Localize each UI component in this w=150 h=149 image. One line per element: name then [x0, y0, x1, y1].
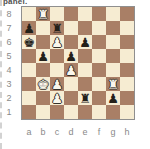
- square-c1[interactable]: [50, 105, 64, 119]
- square-e2[interactable]: ♜: [78, 91, 92, 105]
- square-g6[interactable]: [106, 35, 120, 49]
- file-label-a: a: [22, 127, 36, 137]
- square-g7[interactable]: [106, 21, 120, 35]
- black-pawn-a7: ♟: [23, 22, 35, 35]
- square-e7[interactable]: [78, 21, 92, 35]
- white-pawn-c6: ♟: [51, 36, 63, 49]
- square-h5[interactable]: [120, 49, 134, 63]
- square-f6[interactable]: [92, 35, 106, 49]
- square-a6[interactable]: ♚: [22, 35, 36, 49]
- file-label-f: f: [92, 127, 106, 137]
- square-b2[interactable]: [36, 91, 50, 105]
- square-f1[interactable]: [92, 105, 106, 119]
- square-h3[interactable]: [120, 77, 134, 91]
- file-label-c: c: [50, 127, 64, 137]
- square-d3[interactable]: [64, 77, 78, 91]
- square-d2[interactable]: [64, 91, 78, 105]
- white-rook-g3: ♜: [107, 78, 119, 91]
- square-f7[interactable]: [92, 21, 106, 35]
- square-f2[interactable]: [92, 91, 106, 105]
- square-d4[interactable]: ♟: [64, 63, 78, 77]
- square-h2[interactable]: [120, 91, 134, 105]
- file-label-g: g: [106, 127, 120, 137]
- square-g4[interactable]: [106, 63, 120, 77]
- rank-labels: 87654321: [0, 7, 18, 119]
- square-f5[interactable]: [92, 49, 106, 63]
- file-label-e: e: [78, 127, 92, 137]
- square-a3[interactable]: [22, 77, 36, 91]
- square-a5[interactable]: [22, 49, 36, 63]
- square-c7[interactable]: ♜: [50, 21, 64, 35]
- square-c3[interactable]: ♟: [50, 77, 64, 91]
- white-king-b3: ♚: [37, 78, 49, 91]
- white-pawn-c2: ♟: [51, 92, 63, 105]
- square-b4[interactable]: [36, 63, 50, 77]
- puzzle-panel: panel. 87654321 ♜♟♜♚♟♟♟♟♟♚♟♜♟♜♟ abcdefgh: [0, 0, 150, 149]
- rank-label-6: 6: [0, 35, 18, 49]
- square-d8[interactable]: [64, 7, 78, 21]
- square-h1[interactable]: [120, 105, 134, 119]
- square-e6[interactable]: ♟: [78, 35, 92, 49]
- square-b8[interactable]: ♜: [36, 7, 50, 21]
- square-a1[interactable]: [22, 105, 36, 119]
- black-rook-c7: ♜: [51, 22, 63, 35]
- square-c8[interactable]: [50, 7, 64, 21]
- square-d5[interactable]: ♟: [64, 49, 78, 63]
- square-h7[interactable]: [120, 21, 134, 35]
- square-a7[interactable]: ♟: [22, 21, 36, 35]
- black-king-a6: ♚: [23, 36, 35, 49]
- rank-label-1: 1: [0, 105, 18, 119]
- file-label-d: d: [64, 127, 78, 137]
- square-g1[interactable]: [106, 105, 120, 119]
- square-h8[interactable]: [120, 7, 134, 21]
- square-h6[interactable]: [120, 35, 134, 49]
- rank-label-8: 8: [0, 7, 18, 21]
- black-rook-e2: ♜: [79, 92, 91, 105]
- square-d6[interactable]: [64, 35, 78, 49]
- rank-label-7: 7: [0, 21, 18, 35]
- square-d1[interactable]: [64, 105, 78, 119]
- square-b3[interactable]: ♚: [36, 77, 50, 91]
- file-label-h: h: [120, 127, 134, 137]
- square-c4[interactable]: [50, 63, 64, 77]
- square-d7[interactable]: [64, 21, 78, 35]
- square-h4[interactable]: [120, 63, 134, 77]
- rank-label-5: 5: [0, 49, 18, 63]
- file-labels: abcdefgh: [22, 127, 134, 137]
- square-c6[interactable]: ♟: [50, 35, 64, 49]
- square-a4[interactable]: [22, 63, 36, 77]
- square-e5[interactable]: [78, 49, 92, 63]
- square-e3[interactable]: [78, 77, 92, 91]
- square-e8[interactable]: [78, 7, 92, 21]
- rank-label-3: 3: [0, 77, 18, 91]
- square-c5[interactable]: [50, 49, 64, 63]
- file-label-b: b: [36, 127, 50, 137]
- square-b6[interactable]: [36, 35, 50, 49]
- square-f4[interactable]: [92, 63, 106, 77]
- square-e4[interactable]: [78, 63, 92, 77]
- square-a2[interactable]: [22, 91, 36, 105]
- square-f8[interactable]: [92, 7, 106, 21]
- black-pawn-e6: ♟: [79, 36, 91, 49]
- square-c2[interactable]: ♟: [50, 91, 64, 105]
- square-g3[interactable]: ♜: [106, 77, 120, 91]
- black-pawn-d5: ♟: [65, 50, 77, 63]
- square-f3[interactable]: [92, 77, 106, 91]
- square-b7[interactable]: [36, 21, 50, 35]
- square-b1[interactable]: [36, 105, 50, 119]
- black-pawn-g2: ♟: [107, 92, 119, 105]
- square-b5[interactable]: ♟: [36, 49, 50, 63]
- rank-label-2: 2: [0, 91, 18, 105]
- white-pawn-d4: ♟: [65, 64, 77, 77]
- black-pawn-b5: ♟: [37, 50, 49, 63]
- square-g5[interactable]: [106, 49, 120, 63]
- white-pawn-c3: ♟: [51, 78, 63, 91]
- square-g8[interactable]: [106, 7, 120, 21]
- square-g2[interactable]: ♟: [106, 91, 120, 105]
- square-a8[interactable]: [22, 7, 36, 21]
- white-rook-b8: ♜: [37, 8, 49, 21]
- rank-label-4: 4: [0, 63, 18, 77]
- square-e1[interactable]: [78, 105, 92, 119]
- chess-board: ♜♟♜♚♟♟♟♟♟♚♟♜♟♜♟: [21, 6, 135, 120]
